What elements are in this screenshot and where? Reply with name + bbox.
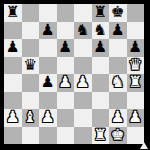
chess-board: ♜♜♚♟♞♞♟♟♟♟♟♛♛♟♟♟♞♜♟♝♟♟♟♜♚ xyxy=(4,4,144,144)
square-g1[interactable]: ♚ xyxy=(109,127,127,145)
square-b2[interactable]: ♝ xyxy=(22,109,40,127)
square-d3[interactable] xyxy=(57,92,75,110)
square-c8[interactable] xyxy=(39,4,57,22)
white-pawn-piece[interactable]: ♟ xyxy=(111,109,125,127)
square-a3[interactable] xyxy=(4,92,22,110)
square-a8[interactable]: ♜ xyxy=(4,4,22,22)
square-a5[interactable] xyxy=(4,57,22,75)
black-pawn-piece[interactable]: ♟ xyxy=(41,74,55,92)
square-e6[interactable] xyxy=(74,39,92,57)
square-e1[interactable] xyxy=(74,127,92,145)
board-frame: ♜♜♚♟♞♞♟♟♟♟♟♛♛♟♟♟♞♜♟♝♟♟♟♜♚ xyxy=(0,0,150,150)
square-b6[interactable] xyxy=(22,39,40,57)
square-b5[interactable]: ♛ xyxy=(22,57,40,75)
square-c5[interactable] xyxy=(39,57,57,75)
square-f4[interactable] xyxy=(92,74,110,92)
square-c2[interactable]: ♟ xyxy=(39,109,57,127)
white-rook-piece[interactable]: ♜ xyxy=(128,74,142,92)
white-pawn-piece[interactable]: ♟ xyxy=(128,109,142,127)
white-bishop-piece[interactable]: ♝ xyxy=(23,109,37,127)
square-c3[interactable] xyxy=(39,92,57,110)
square-d5[interactable] xyxy=(57,57,75,75)
square-g8[interactable]: ♚ xyxy=(109,4,127,22)
square-g6[interactable] xyxy=(109,39,127,57)
square-c4[interactable]: ♟ xyxy=(39,74,57,92)
square-f8[interactable]: ♜ xyxy=(92,4,110,22)
square-a6[interactable]: ♟ xyxy=(4,39,22,57)
square-f1[interactable]: ♜ xyxy=(92,127,110,145)
square-e3[interactable] xyxy=(74,92,92,110)
square-h8[interactable] xyxy=(127,4,145,22)
square-b1[interactable] xyxy=(22,127,40,145)
square-c7[interactable]: ♟ xyxy=(39,22,57,40)
square-f3[interactable] xyxy=(92,92,110,110)
black-rook-piece[interactable]: ♜ xyxy=(6,4,20,22)
black-pawn-piece[interactable]: ♟ xyxy=(111,22,125,40)
square-d4[interactable]: ♟ xyxy=(57,74,75,92)
square-e7[interactable]: ♞ xyxy=(74,22,92,40)
square-f5[interactable] xyxy=(92,57,110,75)
black-pawn-piece[interactable]: ♟ xyxy=(93,39,107,57)
black-knight-piece[interactable]: ♞ xyxy=(76,22,90,40)
square-d6[interactable]: ♟ xyxy=(57,39,75,57)
white-pawn-piece[interactable]: ♟ xyxy=(76,74,90,92)
square-a2[interactable]: ♟ xyxy=(4,109,22,127)
square-d1[interactable] xyxy=(57,127,75,145)
square-a4[interactable] xyxy=(4,74,22,92)
square-f6[interactable]: ♟ xyxy=(92,39,110,57)
square-c6[interactable] xyxy=(39,39,57,57)
square-g7[interactable]: ♟ xyxy=(109,22,127,40)
square-h4[interactable]: ♜ xyxy=(127,74,145,92)
square-b3[interactable] xyxy=(22,92,40,110)
square-e4[interactable]: ♟ xyxy=(74,74,92,92)
square-f7[interactable]: ♞ xyxy=(92,22,110,40)
white-knight-piece[interactable]: ♞ xyxy=(111,74,125,92)
square-h7[interactable] xyxy=(127,22,145,40)
square-d8[interactable] xyxy=(57,4,75,22)
black-queen-piece[interactable]: ♛ xyxy=(23,57,37,75)
white-pawn-piece[interactable]: ♟ xyxy=(58,74,72,92)
square-a7[interactable] xyxy=(4,22,22,40)
white-rook-piece[interactable]: ♜ xyxy=(93,127,107,145)
square-h5[interactable]: ♛ xyxy=(127,57,145,75)
square-h6[interactable]: ♟ xyxy=(127,39,145,57)
black-king-piece[interactable]: ♚ xyxy=(111,4,125,22)
square-a1[interactable] xyxy=(4,127,22,145)
white-king-piece[interactable]: ♚ xyxy=(111,127,125,145)
square-g3[interactable] xyxy=(109,92,127,110)
square-f2[interactable] xyxy=(92,109,110,127)
square-b8[interactable] xyxy=(22,4,40,22)
square-e8[interactable] xyxy=(74,4,92,22)
square-e2[interactable] xyxy=(74,109,92,127)
black-knight-piece[interactable]: ♞ xyxy=(93,22,107,40)
black-pawn-piece[interactable]: ♟ xyxy=(128,39,142,57)
square-h3[interactable] xyxy=(127,92,145,110)
black-pawn-piece[interactable]: ♟ xyxy=(41,22,55,40)
square-b4[interactable] xyxy=(22,74,40,92)
square-h2[interactable]: ♟ xyxy=(127,109,145,127)
black-pawn-piece[interactable]: ♟ xyxy=(58,39,72,57)
square-d7[interactable] xyxy=(57,22,75,40)
square-g5[interactable] xyxy=(109,57,127,75)
white-to-move-indicator xyxy=(140,142,148,149)
square-b7[interactable] xyxy=(22,22,40,40)
black-rook-piece[interactable]: ♜ xyxy=(93,4,107,22)
square-g2[interactable]: ♟ xyxy=(109,109,127,127)
square-c1[interactable] xyxy=(39,127,57,145)
white-pawn-piece[interactable]: ♟ xyxy=(41,109,55,127)
black-pawn-piece[interactable]: ♟ xyxy=(6,39,20,57)
white-queen-piece[interactable]: ♛ xyxy=(128,57,142,75)
white-pawn-piece[interactable]: ♟ xyxy=(6,109,20,127)
square-e5[interactable] xyxy=(74,57,92,75)
square-d2[interactable] xyxy=(57,109,75,127)
square-g4[interactable]: ♞ xyxy=(109,74,127,92)
